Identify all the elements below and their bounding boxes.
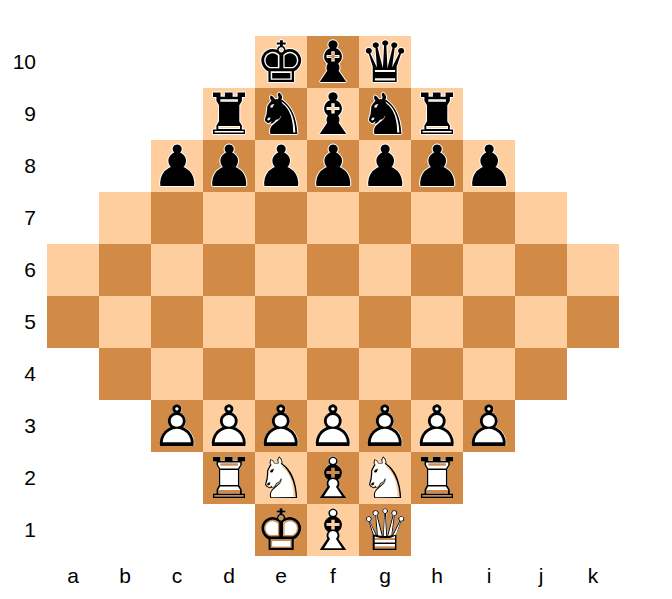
square-d5[interactable] — [203, 296, 255, 348]
square-g5[interactable] — [359, 296, 411, 348]
piece-outline-layer: ♙ — [463, 400, 515, 452]
square-f4[interactable] — [307, 348, 359, 400]
rank-label-1: 1 — [0, 504, 36, 556]
piece-glyph: ♝ — [307, 36, 359, 88]
offboard — [567, 504, 619, 556]
file-label-i: i — [463, 560, 515, 592]
white-rook[interactable]: ♜♖ — [411, 452, 463, 504]
piece-glyph: ♝ — [307, 88, 359, 140]
white-pawn[interactable]: ♟♙ — [411, 400, 463, 452]
offboard — [99, 36, 151, 88]
square-b6[interactable] — [99, 244, 151, 296]
piece-glyph: ♟ — [203, 140, 255, 192]
file-label-f: f — [307, 560, 359, 592]
square-d7[interactable] — [203, 192, 255, 244]
board: ♚♝♛♜♞♝♞♜♟♟♟♟♟♟♟♟♙♟♙♟♙♟♙♟♙♟♙♟♙♜♖♞♘♝♗♞♘♜♖♚… — [47, 36, 619, 556]
offboard — [151, 88, 203, 140]
offboard — [515, 140, 567, 192]
rank-label-8: 8 — [0, 140, 36, 192]
piece-glyph: ♚ — [255, 36, 307, 88]
offboard — [515, 36, 567, 88]
square-i4[interactable] — [463, 348, 515, 400]
square-g8[interactable]: ♟ — [359, 140, 411, 192]
offboard — [515, 504, 567, 556]
square-e8[interactable]: ♟ — [255, 140, 307, 192]
white-rook[interactable]: ♜♖ — [203, 452, 255, 504]
rank-label-4: 4 — [0, 348, 36, 400]
square-f9[interactable]: ♝ — [307, 88, 359, 140]
rank-label-10: 10 — [0, 36, 36, 88]
square-c5[interactable] — [151, 296, 203, 348]
square-a5[interactable] — [47, 296, 99, 348]
square-h9[interactable]: ♜ — [411, 88, 463, 140]
offboard — [99, 504, 151, 556]
square-g1[interactable]: ♛♕ — [359, 504, 411, 556]
square-e6[interactable] — [255, 244, 307, 296]
square-h4[interactable] — [411, 348, 463, 400]
white-pawn[interactable]: ♟♙ — [307, 400, 359, 452]
piece-glyph: ♜ — [411, 88, 463, 140]
square-j4[interactable] — [515, 348, 567, 400]
square-e7[interactable] — [255, 192, 307, 244]
square-e4[interactable] — [255, 348, 307, 400]
offboard — [47, 452, 99, 504]
square-c4[interactable] — [151, 348, 203, 400]
piece-outline-layer: ♗ — [307, 504, 359, 556]
square-g4[interactable] — [359, 348, 411, 400]
offboard — [47, 504, 99, 556]
square-g9[interactable]: ♞ — [359, 88, 411, 140]
offboard — [99, 400, 151, 452]
square-b5[interactable] — [99, 296, 151, 348]
black-pawn[interactable]: ♟ — [151, 140, 203, 192]
black-pawn[interactable]: ♟ — [255, 140, 307, 192]
piece-glyph: ♛ — [359, 36, 411, 88]
white-knight[interactable]: ♞♘ — [359, 452, 411, 504]
piece-fill-layer: ♟ — [203, 400, 255, 452]
square-i5[interactable] — [463, 296, 515, 348]
square-f3[interactable]: ♟♙ — [307, 400, 359, 452]
square-d4[interactable] — [203, 348, 255, 400]
square-h6[interactable] — [411, 244, 463, 296]
piece-fill-layer: ♝ — [307, 452, 359, 504]
piece-fill-layer: ♜ — [411, 452, 463, 504]
piece-outline-layer: ♗ — [307, 452, 359, 504]
piece-fill-layer: ♟ — [359, 400, 411, 452]
square-f1[interactable]: ♝♗ — [307, 504, 359, 556]
piece-outline-layer: ♙ — [255, 400, 307, 452]
square-c8[interactable]: ♟ — [151, 140, 203, 192]
offboard — [515, 452, 567, 504]
square-c7[interactable] — [151, 192, 203, 244]
offboard — [203, 504, 255, 556]
square-h2[interactable]: ♜♖ — [411, 452, 463, 504]
piece-glyph: ♟ — [411, 140, 463, 192]
square-i3[interactable]: ♟♙ — [463, 400, 515, 452]
white-pawn[interactable]: ♟♙ — [463, 400, 515, 452]
square-f5[interactable] — [307, 296, 359, 348]
square-d3[interactable]: ♟♙ — [203, 400, 255, 452]
piece-fill-layer: ♟ — [307, 400, 359, 452]
square-e10[interactable]: ♚ — [255, 36, 307, 88]
square-e9[interactable]: ♞ — [255, 88, 307, 140]
black-rook[interactable]: ♜ — [411, 88, 463, 140]
white-pawn[interactable]: ♟♙ — [255, 400, 307, 452]
piece-outline-layer: ♙ — [359, 400, 411, 452]
black-king[interactable]: ♚ — [255, 36, 307, 88]
square-f10[interactable]: ♝ — [307, 36, 359, 88]
black-rook[interactable]: ♜ — [203, 88, 255, 140]
piece-glyph: ♟ — [151, 140, 203, 192]
offboard — [463, 36, 515, 88]
piece-outline-layer: ♙ — [151, 400, 203, 452]
square-g7[interactable] — [359, 192, 411, 244]
piece-glyph: ♜ — [203, 88, 255, 140]
offboard — [463, 504, 515, 556]
offboard — [567, 192, 619, 244]
file-label-g: g — [359, 560, 411, 592]
white-pawn[interactable]: ♟♙ — [203, 400, 255, 452]
piece-glyph: ♟ — [359, 140, 411, 192]
square-e1[interactable]: ♚♔ — [255, 504, 307, 556]
offboard — [99, 140, 151, 192]
file-label-e: e — [255, 560, 307, 592]
black-pawn[interactable]: ♟ — [203, 140, 255, 192]
square-d8[interactable]: ♟ — [203, 140, 255, 192]
piece-glyph: ♞ — [359, 88, 411, 140]
piece-glyph: ♟ — [463, 140, 515, 192]
square-i8[interactable]: ♟ — [463, 140, 515, 192]
offboard — [47, 400, 99, 452]
offboard — [567, 348, 619, 400]
square-d6[interactable] — [203, 244, 255, 296]
offboard — [47, 348, 99, 400]
piece-glyph: ♟ — [307, 140, 359, 192]
piece-outline-layer: ♖ — [203, 452, 255, 504]
offboard — [47, 140, 99, 192]
square-j7[interactable] — [515, 192, 567, 244]
file-label-d: d — [203, 560, 255, 592]
rank-label-5: 5 — [0, 296, 36, 348]
square-h7[interactable] — [411, 192, 463, 244]
white-queen[interactable]: ♛♕ — [359, 504, 411, 556]
white-pawn[interactable]: ♟♙ — [151, 400, 203, 452]
offboard — [515, 88, 567, 140]
offboard — [567, 400, 619, 452]
rank-label-9: 9 — [0, 88, 36, 140]
square-d9[interactable]: ♜ — [203, 88, 255, 140]
rank-labels: 10987654321 — [0, 36, 36, 556]
offboard — [151, 504, 203, 556]
piece-fill-layer: ♝ — [307, 504, 359, 556]
square-b4[interactable] — [99, 348, 151, 400]
offboard — [99, 452, 151, 504]
offboard — [567, 140, 619, 192]
square-h8[interactable]: ♟ — [411, 140, 463, 192]
square-f2[interactable]: ♝♗ — [307, 452, 359, 504]
square-f7[interactable] — [307, 192, 359, 244]
offboard — [47, 192, 99, 244]
black-knight[interactable]: ♞ — [255, 88, 307, 140]
piece-fill-layer: ♟ — [411, 400, 463, 452]
offboard — [567, 36, 619, 88]
file-labels: abcdefghijk — [47, 560, 619, 592]
offboard — [463, 452, 515, 504]
offboard — [203, 36, 255, 88]
piece-outline-layer: ♔ — [255, 504, 307, 556]
square-e5[interactable] — [255, 296, 307, 348]
offboard — [463, 88, 515, 140]
square-k6[interactable] — [567, 244, 619, 296]
white-pawn[interactable]: ♟♙ — [359, 400, 411, 452]
piece-outline-layer: ♘ — [359, 452, 411, 504]
piece-outline-layer: ♖ — [411, 452, 463, 504]
piece-fill-layer: ♟ — [255, 400, 307, 452]
rank-label-6: 6 — [0, 244, 36, 296]
black-pawn[interactable]: ♟ — [359, 140, 411, 192]
offboard — [411, 36, 463, 88]
file-label-a: a — [47, 560, 99, 592]
white-bishop[interactable]: ♝♗ — [307, 452, 359, 504]
square-i7[interactable] — [463, 192, 515, 244]
white-bishop[interactable]: ♝♗ — [307, 504, 359, 556]
offboard — [411, 504, 463, 556]
white-knight[interactable]: ♞♘ — [255, 452, 307, 504]
square-c3[interactable]: ♟♙ — [151, 400, 203, 452]
black-bishop[interactable]: ♝ — [307, 88, 359, 140]
piece-fill-layer: ♞ — [359, 452, 411, 504]
square-i6[interactable] — [463, 244, 515, 296]
rank-label-3: 3 — [0, 400, 36, 452]
square-j6[interactable] — [515, 244, 567, 296]
offboard — [47, 36, 99, 88]
file-label-k: k — [567, 560, 619, 592]
black-bishop[interactable]: ♝ — [307, 36, 359, 88]
piece-fill-layer: ♟ — [463, 400, 515, 452]
square-h5[interactable] — [411, 296, 463, 348]
offboard — [47, 88, 99, 140]
black-knight[interactable]: ♞ — [359, 88, 411, 140]
square-f6[interactable] — [307, 244, 359, 296]
square-g3[interactable]: ♟♙ — [359, 400, 411, 452]
offboard — [515, 400, 567, 452]
piece-outline-layer: ♙ — [411, 400, 463, 452]
square-f8[interactable]: ♟ — [307, 140, 359, 192]
piece-outline-layer: ♙ — [203, 400, 255, 452]
piece-fill-layer: ♜ — [203, 452, 255, 504]
square-j5[interactable] — [515, 296, 567, 348]
piece-fill-layer: ♟ — [151, 400, 203, 452]
square-b7[interactable] — [99, 192, 151, 244]
board-diagram: 10987654321 ♚♝♛♜♞♝♞♜♟♟♟♟♟♟♟♟♙♟♙♟♙♟♙♟♙♟♙♟… — [0, 0, 672, 599]
piece-outline-layer: ♙ — [307, 400, 359, 452]
black-pawn[interactable]: ♟ — [307, 140, 359, 192]
file-label-j: j — [515, 560, 567, 592]
offboard — [151, 452, 203, 504]
square-g2[interactable]: ♞♘ — [359, 452, 411, 504]
rank-label-7: 7 — [0, 192, 36, 244]
piece-glyph: ♟ — [255, 140, 307, 192]
piece-glyph: ♞ — [255, 88, 307, 140]
offboard — [99, 88, 151, 140]
offboard — [567, 88, 619, 140]
piece-outline-layer: ♘ — [255, 452, 307, 504]
black-pawn[interactable]: ♟ — [411, 140, 463, 192]
black-pawn[interactable]: ♟ — [463, 140, 515, 192]
square-e3[interactable]: ♟♙ — [255, 400, 307, 452]
white-king[interactable]: ♚♔ — [255, 504, 307, 556]
offboard — [151, 36, 203, 88]
file-label-h: h — [411, 560, 463, 592]
square-e2[interactable]: ♞♘ — [255, 452, 307, 504]
piece-fill-layer: ♚ — [255, 504, 307, 556]
square-d2[interactable]: ♜♖ — [203, 452, 255, 504]
square-a6[interactable] — [47, 244, 99, 296]
square-g10[interactable]: ♛ — [359, 36, 411, 88]
square-c6[interactable] — [151, 244, 203, 296]
rank-label-2: 2 — [0, 452, 36, 504]
square-g6[interactable] — [359, 244, 411, 296]
square-k5[interactable] — [567, 296, 619, 348]
file-label-b: b — [99, 560, 151, 592]
piece-fill-layer: ♞ — [255, 452, 307, 504]
offboard — [567, 452, 619, 504]
file-label-c: c — [151, 560, 203, 592]
black-queen[interactable]: ♛ — [359, 36, 411, 88]
piece-outline-layer: ♕ — [359, 504, 411, 556]
square-h3[interactable]: ♟♙ — [411, 400, 463, 452]
piece-fill-layer: ♛ — [359, 504, 411, 556]
